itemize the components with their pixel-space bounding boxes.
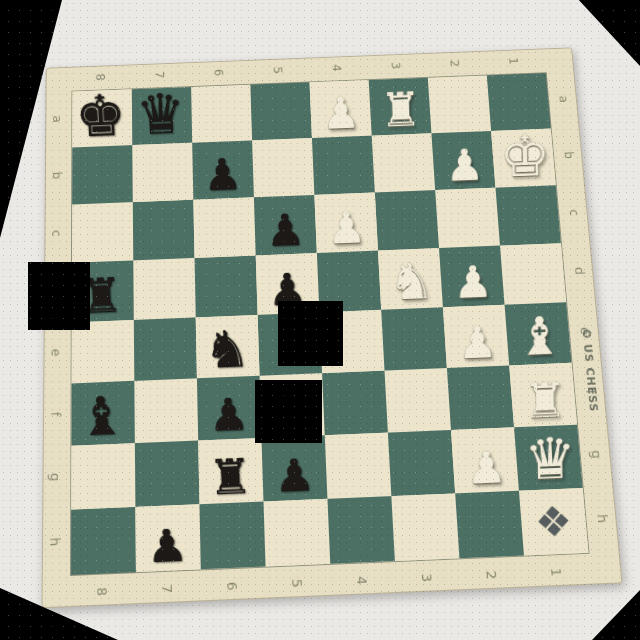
square-d1: [500, 243, 566, 305]
file-label-h: h: [570, 507, 636, 531]
black-pawn-c5: ♟: [265, 208, 306, 253]
white-pawn-c4: ♟: [326, 206, 367, 251]
rank-label-5: 5: [268, 43, 289, 99]
black-pawn-h7: ♟: [145, 523, 189, 569]
square-f3: [385, 368, 451, 433]
square-c3: [375, 190, 439, 250]
square-g7: [135, 441, 200, 507]
white-pawn-b2: ♟: [445, 143, 485, 188]
square-a7: ♛: [132, 87, 192, 145]
square-d2: ♟: [439, 246, 505, 308]
black-knight-e6: ♞: [203, 323, 252, 376]
file-label-d: d: [549, 260, 612, 282]
white-pawn-g2: ♟: [465, 445, 507, 491]
square-a3: ♜: [369, 78, 432, 136]
rank-label-3: 3: [415, 545, 440, 612]
square-b2: ♟: [431, 131, 495, 190]
square-g3: [388, 430, 455, 496]
square-a4: ♟: [310, 80, 372, 138]
square-b3: [372, 133, 435, 192]
square-g1: ♛: [514, 425, 583, 491]
square-c4: ♟: [314, 192, 378, 253]
white-pawn-d2: ♟: [453, 260, 493, 305]
white-rook-a3: ♜: [379, 85, 422, 134]
square-e1: ♝: [505, 302, 572, 365]
square-e6: ♞: [196, 315, 260, 378]
square-g2: ♟: [451, 427, 519, 493]
white-pawn-e2: ♟: [457, 320, 498, 366]
photo-corner-wedge-bottom-right: [592, 590, 640, 640]
black-pawn-f6: ♟: [207, 392, 250, 438]
photo-scene: 87654321 87654321 abcdefgh abcdefgh ✪ US…: [0, 0, 640, 640]
square-f1: ♜: [509, 363, 577, 428]
white-knight-d3: ♞: [388, 255, 435, 308]
square-h7: ♟: [135, 504, 200, 572]
photo-corner-wedge-top-right: [572, 0, 640, 66]
rank-label-1: 1: [503, 34, 527, 89]
square-c5: ♟: [254, 195, 317, 256]
square-g8: [71, 443, 135, 509]
censor-rect-square-e5: [278, 301, 343, 366]
square-h5: [263, 499, 330, 567]
square-b6: ♟: [192, 140, 254, 199]
white-king-b1: ♚: [499, 126, 551, 185]
square-b1: ♚: [491, 129, 556, 188]
white-queen-g1: ♛: [524, 430, 577, 489]
black-bishop-f8: ♝: [76, 389, 127, 443]
square-c1: [495, 185, 560, 245]
censor-rect-left-border: [28, 262, 90, 330]
censor-rect-square-f5: [255, 380, 322, 443]
square-e3: [381, 307, 447, 370]
file-labels-left: abcdefgh: [45, 91, 68, 575]
black-pawn-b6: ♟: [202, 153, 243, 198]
square-b5: [252, 138, 314, 197]
black-king-a8: ♚: [74, 87, 128, 146]
square-e7: [134, 317, 197, 380]
white-pawn-a4: ♟: [321, 91, 361, 136]
square-d7: [133, 258, 195, 320]
rank-label-8: 8: [92, 558, 113, 625]
square-b4: [312, 136, 375, 195]
square-g4: [325, 433, 392, 499]
square-f7: [134, 378, 198, 443]
square-d3: ♞: [378, 248, 443, 310]
file-label-b: b: [27, 165, 87, 186]
square-f6: ♟: [197, 376, 262, 441]
white-bishop-e1: ♝: [516, 309, 564, 363]
square-c7: [133, 200, 195, 261]
square-g5: ♟: [261, 435, 327, 501]
black-rook-g6: ♜: [207, 451, 254, 501]
square-f8: ♝: [71, 381, 134, 446]
square-a8: ♚: [72, 89, 132, 147]
square-b7: [132, 143, 193, 202]
square-f2: [447, 365, 514, 430]
square-g6: ♜: [198, 438, 263, 504]
white-rook-f1: ♜: [523, 375, 568, 425]
square-e2: ♟: [443, 305, 509, 368]
file-label-g: g: [24, 466, 88, 489]
square-c6: [193, 197, 255, 258]
square-c2: [435, 188, 500, 248]
file-label-a: a: [534, 89, 595, 109]
black-pawn-g5: ♟: [273, 453, 316, 499]
black-queen-a7: ♛: [135, 86, 187, 143]
square-f4: [322, 371, 388, 436]
rank-label-2: 2: [444, 36, 467, 91]
square-h6: [199, 501, 265, 569]
file-label-c: c: [27, 223, 88, 244]
rank-label-4: 4: [350, 547, 374, 614]
square-d6: [195, 255, 258, 317]
